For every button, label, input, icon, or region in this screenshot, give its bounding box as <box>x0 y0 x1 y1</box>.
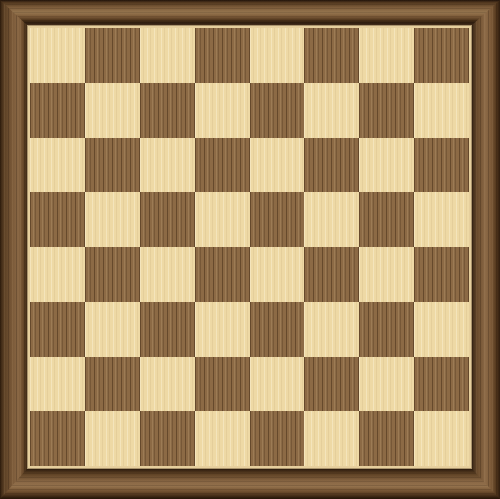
chess-board-photo <box>0 0 500 499</box>
square-d8[interactable] <box>195 28 250 83</box>
square-e2[interactable] <box>250 357 305 412</box>
square-b6[interactable] <box>85 138 140 193</box>
square-b7[interactable] <box>85 83 140 138</box>
square-a8[interactable] <box>30 28 85 83</box>
square-h5[interactable] <box>414 192 469 247</box>
square-e3[interactable] <box>250 302 305 357</box>
square-f5[interactable] <box>304 192 359 247</box>
square-b3[interactable] <box>85 302 140 357</box>
board-frame-top <box>0 0 500 25</box>
square-e6[interactable] <box>250 138 305 193</box>
square-a7[interactable] <box>30 83 85 138</box>
square-d6[interactable] <box>195 138 250 193</box>
square-d7[interactable] <box>195 83 250 138</box>
square-d5[interactable] <box>195 192 250 247</box>
square-h7[interactable] <box>414 83 469 138</box>
square-c8[interactable] <box>140 28 195 83</box>
square-e7[interactable] <box>250 83 305 138</box>
square-h2[interactable] <box>414 357 469 412</box>
square-c5[interactable] <box>140 192 195 247</box>
square-g8[interactable] <box>359 28 414 83</box>
square-a2[interactable] <box>30 357 85 412</box>
square-f2[interactable] <box>304 357 359 412</box>
square-a6[interactable] <box>30 138 85 193</box>
square-h3[interactable] <box>414 302 469 357</box>
square-h4[interactable] <box>414 247 469 302</box>
square-g4[interactable] <box>359 247 414 302</box>
board-frame-right <box>472 0 500 499</box>
square-b1[interactable] <box>85 411 140 466</box>
square-c6[interactable] <box>140 138 195 193</box>
square-f7[interactable] <box>304 83 359 138</box>
square-c7[interactable] <box>140 83 195 138</box>
square-d3[interactable] <box>195 302 250 357</box>
square-b8[interactable] <box>85 28 140 83</box>
square-e4[interactable] <box>250 247 305 302</box>
square-e5[interactable] <box>250 192 305 247</box>
square-h6[interactable] <box>414 138 469 193</box>
square-c2[interactable] <box>140 357 195 412</box>
square-a3[interactable] <box>30 302 85 357</box>
square-f1[interactable] <box>304 411 359 466</box>
square-f8[interactable] <box>304 28 359 83</box>
square-c4[interactable] <box>140 247 195 302</box>
square-g5[interactable] <box>359 192 414 247</box>
square-c1[interactable] <box>140 411 195 466</box>
square-b4[interactable] <box>85 247 140 302</box>
square-h1[interactable] <box>414 411 469 466</box>
chess-board <box>30 28 469 466</box>
board-inlay-border <box>27 25 472 469</box>
board-frame-left <box>0 0 27 499</box>
square-e1[interactable] <box>250 411 305 466</box>
square-g7[interactable] <box>359 83 414 138</box>
square-d4[interactable] <box>195 247 250 302</box>
square-f3[interactable] <box>304 302 359 357</box>
square-b2[interactable] <box>85 357 140 412</box>
board-frame-bottom <box>0 469 500 499</box>
square-g6[interactable] <box>359 138 414 193</box>
square-b5[interactable] <box>85 192 140 247</box>
square-g2[interactable] <box>359 357 414 412</box>
square-a1[interactable] <box>30 411 85 466</box>
square-f6[interactable] <box>304 138 359 193</box>
square-e8[interactable] <box>250 28 305 83</box>
square-d2[interactable] <box>195 357 250 412</box>
square-g3[interactable] <box>359 302 414 357</box>
square-g1[interactable] <box>359 411 414 466</box>
square-a5[interactable] <box>30 192 85 247</box>
square-h8[interactable] <box>414 28 469 83</box>
square-a4[interactable] <box>30 247 85 302</box>
square-f4[interactable] <box>304 247 359 302</box>
square-d1[interactable] <box>195 411 250 466</box>
square-c3[interactable] <box>140 302 195 357</box>
